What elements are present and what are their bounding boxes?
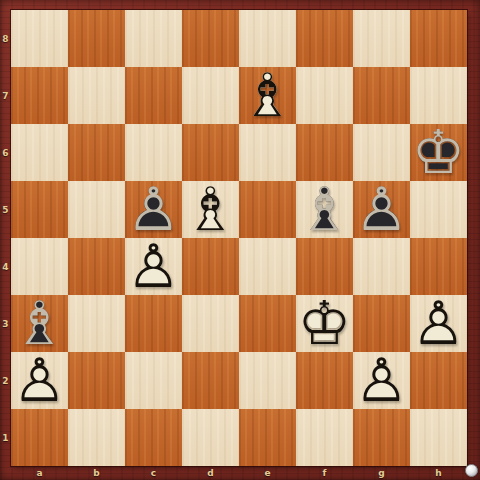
square-d3[interactable] <box>182 295 239 352</box>
square-d8[interactable] <box>182 10 239 67</box>
square-d5[interactable]: ♝♗ <box>182 181 239 238</box>
square-c6[interactable] <box>125 124 182 181</box>
square-h5[interactable] <box>410 181 467 238</box>
black-pawn-g5[interactable]: ♟♙ <box>353 181 410 238</box>
square-b2[interactable] <box>68 352 125 409</box>
square-d2[interactable] <box>182 352 239 409</box>
square-d7[interactable] <box>182 67 239 124</box>
square-a8[interactable] <box>11 10 68 67</box>
white-pawn-c4[interactable]: ♟♙ <box>125 238 182 295</box>
king-glyph-outline: ♔ <box>410 124 467 181</box>
square-h3[interactable]: ♟♙ <box>410 295 467 352</box>
file-label-b: b <box>68 466 125 480</box>
square-c7[interactable] <box>125 67 182 124</box>
square-e1[interactable] <box>239 409 296 466</box>
square-h4[interactable] <box>410 238 467 295</box>
square-h1[interactable] <box>410 409 467 466</box>
square-f2[interactable] <box>296 352 353 409</box>
black-king-h6[interactable]: ♚♔ <box>410 124 467 181</box>
square-b4[interactable] <box>68 238 125 295</box>
square-g7[interactable] <box>353 67 410 124</box>
square-b1[interactable] <box>68 409 125 466</box>
white-to-move-indicator <box>465 464 478 477</box>
square-h8[interactable] <box>410 10 467 67</box>
rank-label-4: 4 <box>0 262 11 272</box>
bishop-glyph-outline: ♗ <box>11 295 68 352</box>
black-bishop-a3[interactable]: ♝♗ <box>11 295 68 352</box>
square-c3[interactable] <box>125 295 182 352</box>
square-c4[interactable]: ♟♙ <box>125 238 182 295</box>
square-a1[interactable] <box>11 409 68 466</box>
king-glyph-outline: ♔ <box>296 295 353 352</box>
square-g3[interactable] <box>353 295 410 352</box>
pawn-glyph-outline: ♙ <box>353 181 410 238</box>
pawn-glyph-outline: ♙ <box>11 352 68 409</box>
file-label-d: d <box>182 466 239 480</box>
square-a3[interactable]: ♝♗ <box>11 295 68 352</box>
rank-label-5: 5 <box>0 205 11 215</box>
square-a7[interactable] <box>11 67 68 124</box>
rank-label-8: 8 <box>0 34 11 44</box>
white-pawn-a2[interactable]: ♟♙ <box>11 352 68 409</box>
file-label-a: a <box>11 466 68 480</box>
rank-label-1: 1 <box>0 433 11 443</box>
square-f8[interactable] <box>296 10 353 67</box>
square-e6[interactable] <box>239 124 296 181</box>
chess-board: ♝♗♚♔♟♙♝♗♝♗♟♙♟♙♝♗♚♔♟♙♟♙♟♙ <box>11 10 467 466</box>
square-e8[interactable] <box>239 10 296 67</box>
square-g2[interactable]: ♟♙ <box>353 352 410 409</box>
square-g5[interactable]: ♟♙ <box>353 181 410 238</box>
square-b7[interactable] <box>68 67 125 124</box>
square-e5[interactable] <box>239 181 296 238</box>
square-h6[interactable]: ♚♔ <box>410 124 467 181</box>
square-b8[interactable] <box>68 10 125 67</box>
rank-label-3: 3 <box>0 319 11 329</box>
white-bishop-d5[interactable]: ♝♗ <box>182 181 239 238</box>
square-h7[interactable] <box>410 67 467 124</box>
square-e7[interactable]: ♝♗ <box>239 67 296 124</box>
file-label-e: e <box>239 466 296 480</box>
white-king-f3[interactable]: ♚♔ <box>296 295 353 352</box>
square-a2[interactable]: ♟♙ <box>11 352 68 409</box>
square-f6[interactable] <box>296 124 353 181</box>
pawn-glyph-outline: ♙ <box>353 352 410 409</box>
bishop-glyph-outline: ♗ <box>239 67 296 124</box>
square-a5[interactable] <box>11 181 68 238</box>
square-f7[interactable] <box>296 67 353 124</box>
square-c5[interactable]: ♟♙ <box>125 181 182 238</box>
square-d4[interactable] <box>182 238 239 295</box>
file-label-c: c <box>125 466 182 480</box>
file-label-h: h <box>410 466 467 480</box>
file-label-f: f <box>296 466 353 480</box>
pawn-glyph-outline: ♙ <box>125 181 182 238</box>
square-d6[interactable] <box>182 124 239 181</box>
rank-label-7: 7 <box>0 91 11 101</box>
file-label-g: g <box>353 466 410 480</box>
white-pawn-g2[interactable]: ♟♙ <box>353 352 410 409</box>
square-f4[interactable] <box>296 238 353 295</box>
square-h2[interactable] <box>410 352 467 409</box>
square-e4[interactable] <box>239 238 296 295</box>
square-c2[interactable] <box>125 352 182 409</box>
bishop-glyph-outline: ♗ <box>296 181 353 238</box>
bishop-glyph-outline: ♗ <box>182 181 239 238</box>
square-b5[interactable] <box>68 181 125 238</box>
square-c8[interactable] <box>125 10 182 67</box>
white-bishop-e7[interactable]: ♝♗ <box>239 67 296 124</box>
square-g1[interactable] <box>353 409 410 466</box>
square-e3[interactable] <box>239 295 296 352</box>
rank-label-6: 6 <box>0 148 11 158</box>
square-f3[interactable]: ♚♔ <box>296 295 353 352</box>
square-a4[interactable] <box>11 238 68 295</box>
square-d1[interactable] <box>182 409 239 466</box>
square-g8[interactable] <box>353 10 410 67</box>
square-a6[interactable] <box>11 124 68 181</box>
rank-label-2: 2 <box>0 376 11 386</box>
square-f5[interactable]: ♝♗ <box>296 181 353 238</box>
square-b6[interactable] <box>68 124 125 181</box>
black-pawn-c5[interactable]: ♟♙ <box>125 181 182 238</box>
square-e2[interactable] <box>239 352 296 409</box>
square-c1[interactable] <box>125 409 182 466</box>
black-bishop-f5[interactable]: ♝♗ <box>296 181 353 238</box>
white-pawn-h3[interactable]: ♟♙ <box>410 295 467 352</box>
square-g4[interactable] <box>353 238 410 295</box>
square-b3[interactable] <box>68 295 125 352</box>
pawn-glyph-outline: ♙ <box>125 238 182 295</box>
pawn-glyph-outline: ♙ <box>410 295 467 352</box>
square-f1[interactable] <box>296 409 353 466</box>
square-g6[interactable] <box>353 124 410 181</box>
chess-app: ♝♗♚♔♟♙♝♗♝♗♟♙♟♙♝♗♚♔♟♙♟♙♟♙ 87654321abcdefg… <box>0 0 480 480</box>
